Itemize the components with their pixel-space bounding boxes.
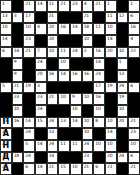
clue-number: 6 [130, 83, 133, 88]
letter-cell-r1c1[interactable]: 1 [0, 0, 12, 12]
letter-cell-r9c4[interactable]: 23 [35, 93, 47, 105]
clue-number: 21 [130, 118, 135, 123]
letter-cell-r4c3[interactable]: 23 [23, 35, 35, 47]
letter-cell-r6c6[interactable]: 10 [58, 58, 70, 70]
clue-number: 18 [84, 24, 89, 29]
black-cell [93, 12, 105, 24]
letter-cell-r5c11[interactable]: 10 [117, 47, 129, 59]
black-cell [105, 105, 117, 117]
clue-number: 14 [72, 24, 77, 29]
clue-number: 14 [14, 48, 19, 53]
letter-cell-r6c11[interactable]: 1 [117, 58, 129, 70]
clue-number: 16 [84, 71, 89, 76]
clue-number: 13 [2, 118, 7, 123]
clue-number: 14 [49, 153, 54, 158]
letter-cell-r11c6[interactable]: 13 [58, 117, 70, 129]
clue-number: 14 [107, 129, 112, 134]
letter-cell-r11c4[interactable]: 15 [35, 117, 47, 129]
letter-cell-r13c1[interactable]: 22Н [0, 140, 12, 152]
clue-number: 11 [60, 48, 65, 53]
clue-number: 24 [49, 118, 54, 123]
letter-cell-r13c8[interactable]: 24 [82, 140, 94, 152]
clue-number: 22 [2, 141, 7, 146]
black-cell [105, 93, 117, 105]
clue-number: 21 [2, 129, 7, 134]
clue-number: 10 [60, 59, 65, 64]
clue-number: 10 [2, 24, 7, 29]
letter-cell-r15c3[interactable]: 6 [23, 163, 35, 175]
letter-cell-r3c7[interactable]: 14 [70, 23, 82, 35]
letter-cell-r8c3[interactable]: 19 [23, 82, 35, 94]
black-cell [70, 128, 82, 140]
letter-cell-r15c6[interactable]: 15 [58, 163, 70, 175]
letter-cell-r9c7[interactable]: 9 [70, 93, 82, 105]
clue-number: 1 [119, 59, 122, 64]
clue-number: 10 [84, 94, 89, 99]
black-cell [93, 152, 105, 164]
clue-number: 20 [107, 153, 112, 158]
letter-cell-r14c11[interactable]: 24 [117, 152, 129, 164]
clue-number: 21 [107, 164, 112, 169]
letter-cell-r13c12[interactable]: 10 [128, 140, 140, 152]
clue-number: 13 [2, 13, 7, 18]
clue-number: 21 [95, 1, 100, 6]
letter-cell-r14c2[interactable]: 18 [12, 152, 24, 164]
letter-cell-r11c5[interactable]: 24 [47, 117, 59, 129]
black-cell [70, 152, 82, 164]
clue-number: 11 [49, 1, 54, 6]
black-cell [117, 35, 129, 47]
letter-cell-r8c9[interactable]: 17 [93, 82, 105, 94]
letter-cell-r11c7[interactable]: 14 [70, 117, 82, 129]
clue-number: 23 [14, 94, 19, 99]
letter-cell-r1c12[interactable]: 1 [128, 0, 140, 12]
letter-cell-r10c2[interactable]: 10 [12, 105, 24, 117]
letter-cell-r11c12[interactable]: 21 [128, 117, 140, 129]
letter-cell-r1c5[interactable]: 11 [47, 0, 59, 12]
black-cell [12, 128, 24, 140]
clue-number: 10 [119, 106, 124, 111]
letter-cell-r13c7[interactable]: 11 [70, 140, 82, 152]
clue-number: 14 [107, 36, 112, 41]
clue-number: 16 [14, 118, 19, 123]
letter-cell-r9c6[interactable]: 10 [58, 93, 70, 105]
black-cell [82, 82, 94, 94]
black-cell [117, 140, 129, 152]
clue-number: 21 [14, 83, 19, 88]
clue-number: 6 [130, 153, 133, 158]
clue-number: 6 [25, 164, 28, 169]
clue-number: 16 [49, 71, 54, 76]
clue-number: 10 [49, 48, 54, 53]
clue-number: 16 [130, 24, 135, 29]
clue-number: 14 [37, 1, 42, 6]
black-cell [93, 35, 105, 47]
clue-number: 11 [107, 13, 112, 18]
black-cell [70, 82, 82, 94]
letter-cell-r11c2[interactable]: 16 [12, 117, 24, 129]
letter-cell-r1c4[interactable]: 14 [35, 0, 47, 12]
letter-cell-r1c7[interactable]: 23 [70, 0, 82, 12]
letter-cell-r12c8[interactable]: 10 [82, 128, 94, 140]
black-cell [47, 105, 59, 117]
letter-cell-r5c9[interactable]: 16 [93, 47, 105, 59]
letter-cell-r13c6[interactable]: 11 [58, 140, 70, 152]
clue-number: 20 [107, 48, 112, 53]
clue-number: 14 [25, 118, 30, 123]
clue-number: 10 [107, 141, 112, 146]
clue-number: 23 [72, 1, 77, 6]
letter-cell-r6c9[interactable]: 14 [93, 58, 105, 70]
black-cell [23, 93, 35, 105]
letter-cell-r9c8[interactable]: 10 [82, 93, 94, 105]
letter-cell-r4c12[interactable]: 4 [128, 35, 140, 47]
letter-cell-r3c1[interactable]: 10 [0, 23, 12, 35]
clue-number: 14 [60, 71, 65, 76]
clue-number: 16 [60, 24, 65, 29]
letter-cell-r11c3[interactable]: 14 [23, 117, 35, 129]
letter-cell-r10c9[interactable]: 10 [93, 105, 105, 117]
letter-cell-r6c2[interactable]: 9 [12, 58, 24, 70]
letter-cell-r5c8[interactable]: 2 [82, 47, 94, 59]
letter-cell-r8c11[interactable]: 24 [117, 82, 129, 94]
letter-cell-r2c12[interactable]: 6 [128, 12, 140, 24]
black-cell [117, 163, 129, 175]
clue-number: 21 [25, 48, 30, 53]
clue-number: 24 [25, 153, 30, 158]
letter-cell-r3c4[interactable]: 4 [35, 23, 47, 35]
clue-number: 11 [95, 24, 100, 29]
clue-number: 10 [60, 94, 65, 99]
clue-number: 10 [107, 118, 112, 123]
clue-number: 5 [2, 83, 5, 88]
letter-cell-r14c1[interactable]: 20Д [0, 152, 12, 164]
clue-number: 21 [49, 94, 54, 99]
black-cell [12, 35, 24, 47]
letter-cell-r3c3[interactable]: 10 [23, 23, 35, 35]
clue-number: 17 [25, 13, 30, 18]
letter-cell-r12c12[interactable]: 23 [128, 128, 140, 140]
black-cell [82, 58, 94, 70]
letter-cell-r14c12[interactable]: 6 [128, 152, 140, 164]
clue-number: 24 [84, 141, 89, 146]
clue-number: 9 [14, 59, 17, 64]
clue-number: 14 [37, 141, 42, 146]
clue-number: 1 [130, 1, 133, 6]
clue-number: 21 [2, 164, 7, 169]
letter-cell-r1c10[interactable]: 1 [105, 0, 117, 12]
black-cell [128, 93, 140, 105]
letter-cell-r5c1[interactable]: 6 [0, 47, 12, 59]
clue-number: 24 [37, 106, 42, 111]
letter-cell-r10c4[interactable]: 24 [35, 105, 47, 117]
clue-number: 3 [14, 13, 17, 18]
letter-cell-r5c5[interactable]: 10 [47, 47, 59, 59]
letter-cell-r11c9[interactable]: 8 [93, 117, 105, 129]
black-cell [82, 105, 94, 117]
black-cell [35, 35, 47, 47]
clue-number: 10 [95, 106, 100, 111]
black-cell [35, 12, 47, 24]
black-cell [58, 12, 70, 24]
clue-number: 1 [2, 1, 5, 6]
black-cell [12, 140, 24, 152]
clue-number: 5 [25, 141, 28, 146]
clue-number: 10 [72, 106, 77, 111]
letter-cell-r5c10[interactable]: 20 [105, 47, 117, 59]
clue-number: 16 [95, 94, 100, 99]
letter-cell-r4c5[interactable]: 20 [47, 35, 59, 47]
clue-number: 23 [37, 94, 42, 99]
clue-number: 20 [119, 118, 124, 123]
letter-cell-r15c10[interactable]: 21 [105, 163, 117, 175]
letter-cell-r11c8[interactable]: 10 [82, 117, 94, 129]
black-cell [35, 128, 47, 140]
letter-cell-r7c9[interactable]: 24 [93, 70, 105, 82]
letter-cell-r8c1[interactable]: 5 [0, 82, 12, 94]
clue-number: 3 [37, 83, 40, 88]
letter-cell-r2c10[interactable]: 11 [105, 12, 117, 24]
black-cell [0, 58, 12, 70]
black-cell [12, 23, 24, 35]
clue-number: 1 [107, 1, 110, 6]
clue-number: 16 [95, 48, 100, 53]
clue-number: 21 [130, 164, 135, 169]
clue-number: 24 [72, 48, 77, 53]
letter-cell-r12c5[interactable]: 13 [47, 128, 59, 140]
letter-cell-r3c8[interactable]: 18 [82, 23, 94, 35]
letter-cell-r13c9[interactable]: 10 [93, 140, 105, 152]
clue-number: 21 [84, 164, 89, 169]
letter-cell-r14c8[interactable]: 23 [82, 152, 94, 164]
black-cell [47, 82, 59, 94]
black-cell [0, 93, 12, 105]
letter-cell-r1c8[interactable]: 4 [82, 0, 94, 12]
clue-number: 8 [95, 118, 98, 123]
clue-number: 10 [119, 48, 124, 53]
black-cell [117, 0, 129, 12]
letter-cell-r9c2[interactable]: 23 [12, 93, 24, 105]
black-cell [58, 152, 70, 164]
clue-number: 10 [84, 129, 89, 134]
black-cell [58, 105, 70, 117]
clue-number: 16 [72, 71, 77, 76]
black-cell [70, 58, 82, 70]
letter-cell-r5c3[interactable]: 21 [23, 47, 35, 59]
clue-number: 24 [25, 129, 30, 134]
letter-cell-r5c12[interactable]: 22 [128, 47, 140, 59]
letter-cell-r14c3[interactable]: 24 [23, 152, 35, 164]
black-cell [105, 58, 117, 70]
letter-cell-r12c1[interactable]: 21А [0, 128, 12, 140]
clue-number: 10 [25, 24, 30, 29]
letter-cell-r9c9[interactable]: 16 [93, 93, 105, 105]
clue-number: 13 [49, 129, 54, 134]
clue-number: 4 [84, 1, 87, 6]
letter-cell-r9c11[interactable]: 19 [117, 93, 129, 105]
clue-number: 6 [95, 164, 98, 169]
black-cell [12, 0, 24, 12]
clue-number: 24 [95, 71, 100, 76]
black-cell [70, 35, 82, 47]
clue-number: 10 [72, 164, 77, 169]
black-cell [70, 12, 82, 24]
letter-cell-r2c8[interactable]: 21 [82, 12, 94, 24]
letter-cell-r15c1[interactable]: 21А [0, 163, 12, 175]
clue-number: 2 [84, 48, 87, 53]
letter-cell-r13c5[interactable]: 24 [47, 140, 59, 152]
letter-cell-r14c10[interactable]: 20 [105, 152, 117, 164]
letter-cell-r12c3[interactable]: 24 [23, 128, 35, 140]
black-cell [23, 58, 35, 70]
black-cell [12, 163, 24, 175]
clue-number: 14 [95, 59, 100, 64]
codeword-grid: 1211411212342111133172121111261010420161… [0, 0, 140, 175]
letter-cell-r15c9[interactable]: 6 [93, 163, 105, 175]
letter-cell-r15c8[interactable]: 21 [82, 163, 94, 175]
black-cell [128, 58, 140, 70]
letter-cell-r13c3[interactable]: 5 [23, 140, 35, 152]
letter-cell-r2c1[interactable]: 13 [0, 12, 12, 24]
clue-number: 6 [130, 13, 133, 18]
black-cell [93, 128, 105, 140]
letter-cell-r7c5[interactable]: 16 [47, 70, 59, 82]
letter-cell-r7c11[interactable]: 13 [117, 70, 129, 82]
letter-cell-r13c4[interactable]: 14 [35, 140, 47, 152]
letter-cell-r10c11[interactable]: 10 [117, 105, 129, 117]
letter-cell-r3c12[interactable]: 16 [128, 23, 140, 35]
clue-number: 10 [95, 141, 100, 146]
black-cell [58, 35, 70, 47]
letter-cell-r5c6[interactable]: 11 [58, 47, 70, 59]
letter-cell-r2c11[interactable]: 12 [117, 12, 129, 24]
letter-cell-r5c2[interactable]: 14 [12, 47, 24, 59]
letter-cell-r9c5[interactable]: 21 [47, 93, 59, 105]
letter-cell-r7c2[interactable]: 9 [12, 70, 24, 82]
letter-cell-r15c4[interactable]: 14 [35, 163, 47, 175]
letter-cell-r15c7[interactable]: 10 [70, 163, 82, 175]
letter-cell-r1c6[interactable]: 21 [58, 0, 70, 12]
black-cell [58, 128, 70, 140]
letter-cell-r6c4[interactable]: 24 [35, 58, 47, 70]
clue-number: 10 [107, 24, 112, 29]
clue-number: 19 [107, 83, 112, 88]
clue-number: 11 [60, 141, 65, 146]
letter-cell-r3c9[interactable]: 11 [93, 23, 105, 35]
letter-cell-r2c2[interactable]: 3 [12, 12, 24, 24]
clue-number: 21 [49, 164, 54, 169]
clue-number: 23 [84, 153, 89, 158]
clue-number: 20 [49, 24, 54, 29]
letter-cell-r14c5[interactable]: 14 [47, 152, 59, 164]
letter-cell-r15c12[interactable]: 21 [128, 163, 140, 175]
clue-number: 12 [119, 13, 124, 18]
black-cell [35, 152, 47, 164]
clue-number: 10 [14, 106, 19, 111]
clue-number: 14 [72, 118, 77, 123]
clue-number: 18 [14, 153, 19, 158]
black-cell [0, 70, 12, 82]
letter-cell-r8c10[interactable]: 19 [105, 82, 117, 94]
letter-cell-r5c4[interactable]: 7 [35, 47, 47, 59]
black-cell [128, 105, 140, 117]
letter-cell-r5c7[interactable]: 24 [70, 47, 82, 59]
clue-number: 15 [37, 118, 42, 123]
letter-cell-r3c5[interactable]: 20 [47, 23, 59, 35]
clue-number: 13 [60, 118, 65, 123]
clue-number: 24 [119, 83, 124, 88]
clue-number: 17 [95, 83, 100, 88]
clue-number: 24 [37, 59, 42, 64]
letter-cell-r4c10[interactable]: 14 [105, 35, 117, 47]
letter-cell-r8c12[interactable]: 6 [128, 82, 140, 94]
letter-cell-r1c3[interactable]: 21 [23, 0, 35, 12]
clue-number: 19 [119, 94, 124, 99]
clue-number: 9 [14, 71, 17, 76]
black-cell [0, 105, 12, 117]
black-cell [128, 70, 140, 82]
clue-number: 9 [72, 94, 75, 99]
black-cell [23, 70, 35, 82]
clue-number: 21 [84, 13, 89, 18]
clue-number: 20 [37, 71, 42, 76]
letter-cell-r7c4[interactable]: 20 [35, 70, 47, 82]
letter-cell-r11c10[interactable]: 10 [105, 117, 117, 129]
black-cell [58, 82, 70, 94]
clue-number: 11 [72, 141, 77, 146]
black-cell [117, 23, 129, 35]
clue-number: 4 [130, 36, 133, 41]
letter-cell-r7c7[interactable]: 16 [70, 70, 82, 82]
clue-number: 10 [84, 118, 89, 123]
letter-cell-r4c1[interactable]: 14 [0, 35, 12, 47]
letter-cell-r15c5[interactable]: 21 [47, 163, 59, 175]
letter-cell-r7c6[interactable]: 14 [58, 70, 70, 82]
letter-cell-r4c8[interactable]: 10 [82, 35, 94, 47]
clue-number: 10 [130, 141, 135, 146]
clue-number: 21 [49, 13, 54, 18]
letter-cell-r1c9[interactable]: 21 [93, 0, 105, 12]
letter-cell-r8c2[interactable]: 21 [12, 82, 24, 94]
clue-number: 20 [2, 153, 7, 158]
clue-number: 23 [130, 129, 135, 134]
black-cell [117, 128, 129, 140]
clue-number: 19 [25, 83, 30, 88]
letter-cell-r11c11[interactable]: 20 [117, 117, 129, 129]
clue-number: 21 [60, 1, 65, 6]
clue-number: 14 [2, 36, 7, 41]
letter-cell-r13c10[interactable]: 10 [105, 140, 117, 152]
clue-number: 14 [37, 164, 42, 169]
letter-cell-r3c6[interactable]: 16 [58, 23, 70, 35]
clue-number: 24 [49, 141, 54, 146]
black-cell [47, 58, 59, 70]
clue-number: 7 [37, 48, 40, 53]
letter-cell-r8c4[interactable]: 3 [35, 82, 47, 94]
letter-cell-r2c5[interactable]: 21 [47, 12, 59, 24]
letter-cell-r7c8[interactable]: 16 [82, 70, 94, 82]
letter-cell-r10c7[interactable]: 10 [70, 105, 82, 117]
letter-cell-r11c1[interactable]: 13П [0, 117, 12, 129]
clue-number: 24 [119, 153, 124, 158]
letter-cell-r2c3[interactable]: 17 [23, 12, 35, 24]
letter-cell-r12c10[interactable]: 14 [105, 128, 117, 140]
clue-number: 23 [25, 36, 30, 41]
clue-number: 21 [25, 1, 30, 6]
clue-number: 10 [84, 36, 89, 41]
clue-number: 20 [49, 36, 54, 41]
letter-cell-r3c10[interactable]: 10 [105, 23, 117, 35]
